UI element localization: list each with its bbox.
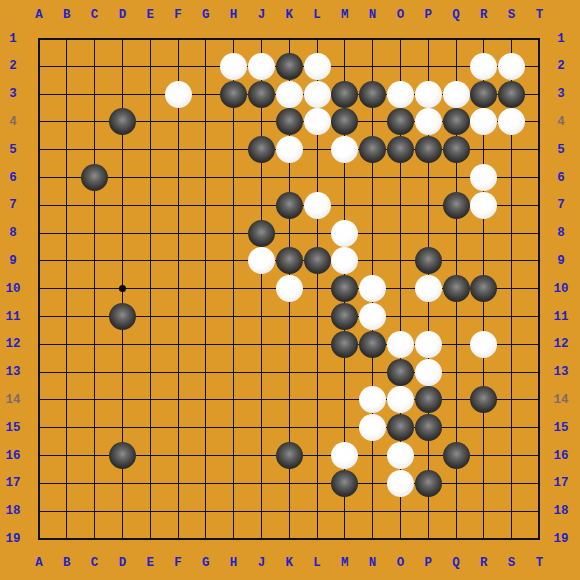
stone-Q4-black	[443, 108, 470, 135]
row-label-left-16: 16	[1, 449, 25, 463]
col-label-top-E: E	[140, 8, 160, 22]
row-label-left-4: 4	[1, 115, 25, 129]
stone-O13-black	[387, 359, 414, 386]
stone-K9-black	[276, 247, 303, 274]
col-label-bottom-D: D	[112, 556, 132, 570]
stone-L9-black	[304, 247, 331, 274]
stone-O12-white	[387, 331, 414, 358]
col-label-top-M: M	[335, 8, 355, 22]
col-label-top-Q: Q	[446, 8, 466, 22]
stone-S2-white	[498, 53, 525, 80]
col-label-bottom-T: T	[529, 556, 549, 570]
stone-J3-black	[248, 81, 275, 108]
stone-L3-white	[304, 81, 331, 108]
row-label-left-1: 1	[1, 32, 25, 46]
col-label-bottom-J: J	[251, 556, 271, 570]
col-label-bottom-F: F	[168, 556, 188, 570]
row-label-right-2: 2	[549, 59, 573, 73]
stone-P3-white	[415, 81, 442, 108]
stone-K5-white	[276, 136, 303, 163]
stone-M3-black	[331, 81, 358, 108]
stone-K3-white	[276, 81, 303, 108]
stone-O5-black	[387, 136, 414, 163]
stone-N3-black	[359, 81, 386, 108]
row-label-left-19: 19	[1, 532, 25, 546]
grid-line-horizontal	[39, 372, 539, 373]
stone-L4-white	[304, 108, 331, 135]
stone-O16-white	[387, 442, 414, 469]
stone-P15-black	[415, 414, 442, 441]
col-label-top-B: B	[57, 8, 77, 22]
stone-K10-white	[276, 275, 303, 302]
col-label-bottom-Q: Q	[446, 556, 466, 570]
go-board-viewer: AABBCCDDEEFFGGHHJJKKLLMMNNOOPPQQRRSSTT11…	[0, 0, 580, 580]
row-label-left-10: 10	[1, 282, 25, 296]
col-label-top-G: G	[196, 8, 216, 22]
go-board[interactable]: AABBCCDDEEFFGGHHJJKKLLMMNNOOPPQQRRSSTT11…	[0, 0, 580, 580]
stone-K4-black	[276, 108, 303, 135]
col-label-bottom-B: B	[57, 556, 77, 570]
row-label-right-9: 9	[549, 254, 573, 268]
row-label-left-6: 6	[1, 171, 25, 185]
col-label-top-K: K	[279, 8, 299, 22]
col-label-bottom-L: L	[307, 556, 327, 570]
stone-Q7-black	[443, 192, 470, 219]
stone-P4-white	[415, 108, 442, 135]
stone-J8-black	[248, 220, 275, 247]
row-label-left-3: 3	[1, 87, 25, 101]
row-label-right-18: 18	[549, 504, 573, 518]
stone-O3-white	[387, 81, 414, 108]
col-label-bottom-P: P	[418, 556, 438, 570]
col-label-bottom-G: G	[196, 556, 216, 570]
stone-D16-black	[109, 442, 136, 469]
stone-Q10-black	[443, 275, 470, 302]
stone-O17-white	[387, 470, 414, 497]
row-label-left-8: 8	[1, 226, 25, 240]
stone-K2-black	[276, 53, 303, 80]
col-label-top-O: O	[390, 8, 410, 22]
col-label-top-T: T	[529, 8, 549, 22]
col-label-bottom-E: E	[140, 556, 160, 570]
grid-line-horizontal	[39, 483, 539, 484]
col-label-bottom-R: R	[474, 556, 494, 570]
col-label-top-N: N	[363, 8, 383, 22]
stone-R3-black	[470, 81, 497, 108]
stone-L7-white	[304, 192, 331, 219]
stone-M8-white	[331, 220, 358, 247]
col-label-bottom-K: K	[279, 556, 299, 570]
col-label-top-D: D	[112, 8, 132, 22]
stone-N12-black	[359, 331, 386, 358]
row-label-left-5: 5	[1, 143, 25, 157]
col-label-top-P: P	[418, 8, 438, 22]
stone-Q5-black	[443, 136, 470, 163]
stone-Q16-black	[443, 442, 470, 469]
stone-H2-white	[220, 53, 247, 80]
col-label-bottom-N: N	[363, 556, 383, 570]
col-label-bottom-C: C	[85, 556, 105, 570]
row-label-right-15: 15	[549, 421, 573, 435]
stone-O15-black	[387, 414, 414, 441]
row-label-right-17: 17	[549, 476, 573, 490]
row-label-right-19: 19	[549, 532, 573, 546]
stone-F3-white	[165, 81, 192, 108]
col-label-bottom-M: M	[335, 556, 355, 570]
row-label-right-11: 11	[549, 310, 573, 324]
stone-P5-black	[415, 136, 442, 163]
row-label-left-12: 12	[1, 337, 25, 351]
grid-line-horizontal	[39, 344, 539, 345]
stone-N11-white	[359, 303, 386, 330]
stone-M17-black	[331, 470, 358, 497]
grid-line-horizontal	[39, 427, 539, 428]
col-label-bottom-S: S	[502, 556, 522, 570]
col-label-bottom-A: A	[29, 556, 49, 570]
stone-Q3-white	[443, 81, 470, 108]
stone-P17-black	[415, 470, 442, 497]
col-label-top-R: R	[474, 8, 494, 22]
stone-P14-black	[415, 386, 442, 413]
row-label-left-18: 18	[1, 504, 25, 518]
row-label-left-15: 15	[1, 421, 25, 435]
stone-C6-black	[81, 164, 108, 191]
stone-J5-black	[248, 136, 275, 163]
row-label-left-13: 13	[1, 365, 25, 379]
stone-K16-black	[276, 442, 303, 469]
col-label-top-L: L	[307, 8, 327, 22]
row-label-left-9: 9	[1, 254, 25, 268]
stone-M12-black	[331, 331, 358, 358]
stone-P13-white	[415, 359, 442, 386]
stone-K7-black	[276, 192, 303, 219]
row-label-left-11: 11	[1, 310, 25, 324]
row-label-right-12: 12	[549, 337, 573, 351]
row-label-right-5: 5	[549, 143, 573, 157]
col-label-bottom-O: O	[390, 556, 410, 570]
stone-R2-white	[470, 53, 497, 80]
row-label-right-14: 14	[549, 393, 573, 407]
row-label-right-10: 10	[549, 282, 573, 296]
grid-line-horizontal	[39, 511, 539, 512]
stone-P9-black	[415, 247, 442, 274]
grid-line-horizontal	[39, 399, 539, 400]
col-label-top-F: F	[168, 8, 188, 22]
row-label-left-2: 2	[1, 59, 25, 73]
row-label-right-1: 1	[549, 32, 573, 46]
row-label-left-14: 14	[1, 393, 25, 407]
row-label-right-8: 8	[549, 226, 573, 240]
stone-P10-white	[415, 275, 442, 302]
stone-R12-white	[470, 331, 497, 358]
row-label-right-3: 3	[549, 87, 573, 101]
col-label-top-J: J	[251, 8, 271, 22]
col-label-bottom-H: H	[224, 556, 244, 570]
stone-S3-black	[498, 81, 525, 108]
stone-H3-black	[220, 81, 247, 108]
col-label-top-A: A	[29, 8, 49, 22]
row-label-right-16: 16	[549, 449, 573, 463]
row-label-right-4: 4	[549, 115, 573, 129]
row-label-right-6: 6	[549, 171, 573, 185]
row-label-left-17: 17	[1, 476, 25, 490]
stone-P12-white	[415, 331, 442, 358]
stone-L2-white	[304, 53, 331, 80]
col-label-top-C: C	[85, 8, 105, 22]
row-label-right-7: 7	[549, 198, 573, 212]
stone-D11-black	[109, 303, 136, 330]
row-label-left-7: 7	[1, 198, 25, 212]
stone-R7-white	[470, 192, 497, 219]
col-label-top-H: H	[224, 8, 244, 22]
col-label-top-S: S	[502, 8, 522, 22]
stone-J2-white	[248, 53, 275, 80]
row-label-right-13: 13	[549, 365, 573, 379]
